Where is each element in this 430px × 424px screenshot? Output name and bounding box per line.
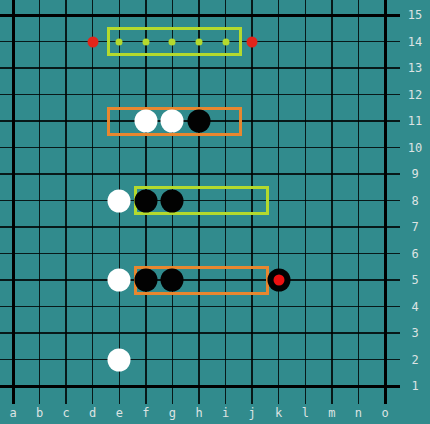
col-label-o: o: [381, 407, 388, 419]
row-label-6: 6: [411, 248, 418, 260]
grid-line-vertical-b: [39, 0, 41, 404]
grid-line-vertical-d: [92, 0, 94, 404]
gomoku-board[interactable]: abcdefghijklmno123456789101112131415: [0, 0, 430, 424]
row-label-15: 15: [408, 9, 422, 21]
grid-line-horizontal-6: [0, 253, 400, 255]
grid-line-vertical-o: [384, 0, 387, 404]
stone-black-f8[interactable]: [134, 189, 157, 212]
row-label-3: 3: [411, 327, 418, 339]
col-label-k: k: [275, 407, 282, 419]
col-label-g: g: [169, 407, 176, 419]
col-label-c: c: [63, 407, 70, 419]
stone-white-e5[interactable]: [108, 269, 131, 292]
row-label-1: 1: [411, 380, 418, 392]
grid-line-horizontal-3: [0, 332, 400, 334]
grid-line-vertical-a: [12, 0, 15, 404]
col-label-h: h: [195, 407, 202, 419]
col-label-d: d: [89, 407, 96, 419]
stone-black-h11[interactable]: [188, 110, 211, 133]
row-label-4: 4: [411, 301, 418, 313]
row-label-7: 7: [411, 221, 418, 233]
green-point-h14: [196, 38, 203, 45]
row-label-5: 5: [411, 274, 418, 286]
col-label-b: b: [36, 407, 43, 419]
row-label-11: 11: [408, 115, 422, 127]
grid-line-horizontal-9: [0, 173, 400, 175]
green-point-g14: [169, 38, 176, 45]
stone-black-g5[interactable]: [161, 269, 184, 292]
stone-black-f5[interactable]: [134, 269, 157, 292]
col-label-f: f: [142, 407, 149, 419]
stone-black-g8[interactable]: [161, 189, 184, 212]
col-label-a: a: [9, 407, 16, 419]
row-label-8: 8: [411, 195, 418, 207]
green-point-f14: [142, 38, 149, 45]
grid-line-vertical-m: [331, 0, 333, 404]
row-label-13: 13: [408, 62, 422, 74]
red-point-d14: [87, 36, 98, 47]
grid-line-horizontal-13: [0, 67, 400, 69]
last-move-marker-icon: [273, 275, 284, 286]
grid-line-vertical-n: [358, 0, 360, 404]
stone-white-e8[interactable]: [108, 189, 131, 212]
grid-line-horizontal-2: [0, 359, 400, 361]
stone-white-e2[interactable]: [108, 348, 131, 371]
row-label-10: 10: [408, 142, 422, 154]
grid-line-horizontal-7: [0, 226, 400, 228]
grid-line-horizontal-12: [0, 94, 400, 96]
row-label-12: 12: [408, 89, 422, 101]
grid-line-vertical-l: [305, 0, 307, 404]
grid-line-horizontal-10: [0, 147, 400, 149]
stone-white-g11[interactable]: [161, 110, 184, 133]
green-point-e14: [116, 38, 123, 45]
col-label-l: l: [302, 407, 309, 419]
col-label-i: i: [222, 407, 229, 419]
red-point-j14: [247, 36, 258, 47]
row-label-14: 14: [408, 36, 422, 48]
grid-line-horizontal-15: [0, 14, 400, 17]
row-label-2: 2: [411, 354, 418, 366]
grid-line-horizontal-4: [0, 306, 400, 308]
row-label-9: 9: [411, 168, 418, 180]
grid-line-vertical-k: [278, 0, 280, 404]
col-label-m: m: [328, 407, 335, 419]
col-label-j: j: [249, 407, 256, 419]
stone-black-k5[interactable]: [267, 269, 290, 292]
stone-white-f11[interactable]: [134, 110, 157, 133]
grid-line-vertical-c: [65, 0, 67, 404]
green-point-i14: [222, 38, 229, 45]
grid-line-horizontal-1: [0, 385, 400, 388]
col-label-e: e: [116, 407, 123, 419]
col-label-n: n: [355, 407, 362, 419]
